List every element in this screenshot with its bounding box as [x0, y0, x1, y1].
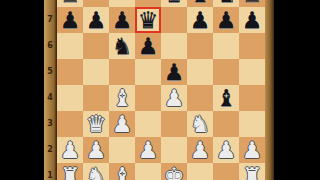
- rank-label-5: 5: [44, 68, 56, 76]
- white-queen: ♛: [83, 111, 109, 137]
- black-pawn: ♟: [213, 7, 239, 33]
- white-pawn: ♟: [57, 137, 83, 163]
- square-a2[interactable]: ♟: [57, 137, 83, 163]
- white-pawn: ♟: [109, 111, 135, 137]
- square-h1[interactable]: ♜: [239, 163, 265, 180]
- black-queen: ♛: [135, 7, 161, 33]
- black-knight: ♞: [213, 0, 239, 7]
- square-d4[interactable]: [135, 85, 161, 111]
- square-f3[interactable]: ♞: [187, 111, 213, 137]
- square-f6[interactable]: [187, 33, 213, 59]
- white-bishop: ♝: [109, 163, 135, 180]
- black-pawn: ♟: [83, 7, 109, 33]
- rank-label-1: 1: [44, 172, 56, 180]
- black-king: ♚: [161, 0, 187, 7]
- square-c5[interactable]: [109, 59, 135, 85]
- black-knight: ♞: [109, 33, 135, 59]
- square-e8[interactable]: ♚: [161, 0, 187, 7]
- white-rook: ♜: [239, 163, 265, 180]
- square-b3[interactable]: ♛: [83, 111, 109, 137]
- white-pawn: ♟: [83, 137, 109, 163]
- square-e1[interactable]: ♚: [161, 163, 187, 180]
- black-pawn: ♟: [187, 7, 213, 33]
- white-pawn: ♟: [135, 137, 161, 163]
- square-a5[interactable]: [57, 59, 83, 85]
- square-h6[interactable]: [239, 33, 265, 59]
- black-pawn: ♟: [109, 7, 135, 33]
- board-frame-right: [265, 0, 274, 180]
- white-pawn: ♟: [161, 85, 187, 111]
- square-e2[interactable]: [161, 137, 187, 163]
- rank-label-7: 7: [44, 16, 56, 24]
- square-e7[interactable]: [161, 7, 187, 33]
- square-g4[interactable]: ♝: [213, 85, 239, 111]
- square-a8[interactable]: ♜: [57, 0, 83, 7]
- square-h2[interactable]: ♟: [239, 137, 265, 163]
- square-b2[interactable]: ♟: [83, 137, 109, 163]
- square-b8[interactable]: [83, 0, 109, 7]
- black-pawn: ♟: [57, 7, 83, 33]
- square-d8[interactable]: [135, 0, 161, 7]
- square-d1[interactable]: [135, 163, 161, 180]
- square-b6[interactable]: [83, 33, 109, 59]
- rank-label-4: 4: [44, 94, 56, 102]
- square-d5[interactable]: [135, 59, 161, 85]
- square-g8[interactable]: ♞: [213, 0, 239, 7]
- square-d3[interactable]: [135, 111, 161, 137]
- square-b5[interactable]: [83, 59, 109, 85]
- square-a1[interactable]: ♜: [57, 163, 83, 180]
- rank-label-2: 2: [44, 146, 56, 154]
- square-c8[interactable]: [109, 0, 135, 7]
- square-g7[interactable]: ♟: [213, 7, 239, 33]
- square-e5[interactable]: ♟: [161, 59, 187, 85]
- white-pawn: ♟: [239, 137, 265, 163]
- square-f2[interactable]: ♟: [187, 137, 213, 163]
- black-rook: ♜: [57, 0, 83, 7]
- square-g2[interactable]: ♟: [213, 137, 239, 163]
- black-pawn: ♟: [135, 33, 161, 59]
- black-pawn: ♟: [161, 59, 187, 85]
- chess-board: ♜♚♝♞♜♟♟♟♛♟♟♟♞♟♟♝♟♝♛♟♞♟♟♟♟♟♟♜♞♝♚♜: [57, 0, 265, 180]
- square-e4[interactable]: ♟: [161, 85, 187, 111]
- square-d6[interactable]: ♟: [135, 33, 161, 59]
- square-h8[interactable]: ♜: [239, 0, 265, 7]
- square-f5[interactable]: [187, 59, 213, 85]
- square-b7[interactable]: ♟: [83, 7, 109, 33]
- square-e3[interactable]: [161, 111, 187, 137]
- white-pawn: ♟: [187, 137, 213, 163]
- square-c7[interactable]: ♟: [109, 7, 135, 33]
- square-a7[interactable]: ♟: [57, 7, 83, 33]
- square-h7[interactable]: ♟: [239, 7, 265, 33]
- square-c2[interactable]: [109, 137, 135, 163]
- square-d7[interactable]: ♛: [135, 7, 161, 33]
- square-f4[interactable]: [187, 85, 213, 111]
- black-bishop: ♝: [187, 0, 213, 7]
- square-f7[interactable]: ♟: [187, 7, 213, 33]
- white-knight: ♞: [83, 163, 109, 180]
- rank-label-6: 6: [44, 42, 56, 50]
- white-rook: ♜: [57, 163, 83, 180]
- square-c6[interactable]: ♞: [109, 33, 135, 59]
- white-knight: ♞: [187, 111, 213, 137]
- black-pawn: ♟: [239, 7, 265, 33]
- chess-app-screenshot: 87654321 ♜♚♝♞♜♟♟♟♛♟♟♟♞♟♟♝♟♝♛♟♞♟♟♟♟♟♟♜♞♝♚…: [0, 0, 320, 180]
- square-a4[interactable]: [57, 85, 83, 111]
- square-h5[interactable]: [239, 59, 265, 85]
- square-g5[interactable]: [213, 59, 239, 85]
- white-pawn: ♟: [213, 137, 239, 163]
- square-h3[interactable]: [239, 111, 265, 137]
- square-g6[interactable]: [213, 33, 239, 59]
- square-b1[interactable]: ♞: [83, 163, 109, 180]
- white-king: ♚: [161, 163, 187, 180]
- black-bishop: ♝: [213, 85, 239, 111]
- board-frame-left: 87654321: [44, 0, 57, 180]
- square-f8[interactable]: ♝: [187, 0, 213, 7]
- white-bishop: ♝: [109, 85, 135, 111]
- square-g3[interactable]: [213, 111, 239, 137]
- square-h4[interactable]: [239, 85, 265, 111]
- square-c3[interactable]: ♟: [109, 111, 135, 137]
- square-d2[interactable]: ♟: [135, 137, 161, 163]
- square-f1[interactable]: [187, 163, 213, 180]
- square-b4[interactable]: [83, 85, 109, 111]
- square-c1[interactable]: ♝: [109, 163, 135, 180]
- square-e6[interactable]: [161, 33, 187, 59]
- rank-label-3: 3: [44, 120, 56, 128]
- square-a6[interactable]: [57, 33, 83, 59]
- square-g1[interactable]: [213, 163, 239, 180]
- square-a3[interactable]: [57, 111, 83, 137]
- black-rook: ♜: [239, 0, 265, 7]
- square-c4[interactable]: ♝: [109, 85, 135, 111]
